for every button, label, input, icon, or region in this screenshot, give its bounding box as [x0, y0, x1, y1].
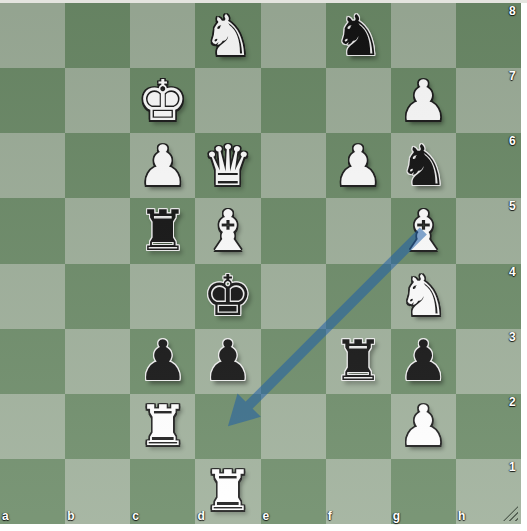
square-c6[interactable]: ♟	[130, 133, 195, 198]
square-h5[interactable]	[456, 198, 521, 263]
square-d8[interactable]: ♞	[195, 3, 260, 68]
square-f4[interactable]	[326, 264, 391, 329]
square-a4[interactable]	[0, 264, 65, 329]
piece-black-knight[interactable]: ♞	[391, 133, 456, 198]
page: ♞♞♚♟♟♛♟♞♜♝♝♚♞♟♟♜♟♜♟♜ abcdefgh87654321	[0, 0, 527, 524]
square-b6[interactable]	[65, 133, 130, 198]
square-g6[interactable]: ♞	[391, 133, 456, 198]
square-b4[interactable]	[65, 264, 130, 329]
square-b1[interactable]	[65, 459, 130, 524]
square-g5[interactable]: ♝	[391, 198, 456, 263]
piece-white-knight[interactable]: ♞	[195, 3, 260, 68]
square-e3[interactable]	[261, 329, 326, 394]
square-a1[interactable]	[0, 459, 65, 524]
piece-black-rook[interactable]: ♜	[130, 198, 195, 263]
square-f8[interactable]: ♞	[326, 3, 391, 68]
square-b7[interactable]	[65, 68, 130, 133]
board-squares: ♞♞♚♟♟♛♟♞♜♝♝♚♞♟♟♜♟♜♟♜	[0, 3, 521, 524]
piece-black-knight[interactable]: ♞	[326, 3, 391, 68]
square-b5[interactable]	[65, 198, 130, 263]
square-f5[interactable]	[326, 198, 391, 263]
square-g1[interactable]	[391, 459, 456, 524]
piece-black-pawn[interactable]: ♟	[130, 329, 195, 394]
square-b3[interactable]	[65, 329, 130, 394]
square-e2[interactable]	[261, 394, 326, 459]
square-a8[interactable]	[0, 3, 65, 68]
square-a5[interactable]	[0, 198, 65, 263]
square-g3[interactable]: ♟	[391, 329, 456, 394]
piece-black-rook[interactable]: ♜	[326, 329, 391, 394]
square-f2[interactable]	[326, 394, 391, 459]
square-e1[interactable]	[261, 459, 326, 524]
square-h4[interactable]	[456, 264, 521, 329]
square-g7[interactable]: ♟	[391, 68, 456, 133]
square-d6[interactable]: ♛	[195, 133, 260, 198]
square-h3[interactable]	[456, 329, 521, 394]
square-f3[interactable]: ♜	[326, 329, 391, 394]
square-d7[interactable]	[195, 68, 260, 133]
square-h7[interactable]	[456, 68, 521, 133]
square-f7[interactable]	[326, 68, 391, 133]
square-a7[interactable]	[0, 68, 65, 133]
piece-white-pawn[interactable]: ♟	[391, 394, 456, 459]
square-e8[interactable]	[261, 3, 326, 68]
square-c8[interactable]	[130, 3, 195, 68]
piece-white-bishop[interactable]: ♝	[391, 198, 456, 263]
piece-white-knight[interactable]: ♞	[391, 264, 456, 329]
square-g2[interactable]: ♟	[391, 394, 456, 459]
piece-black-king[interactable]: ♚	[195, 264, 260, 329]
square-c1[interactable]	[130, 459, 195, 524]
piece-white-pawn[interactable]: ♟	[130, 133, 195, 198]
square-h8[interactable]	[456, 3, 521, 68]
piece-white-king[interactable]: ♚	[130, 68, 195, 133]
square-d3[interactable]: ♟	[195, 329, 260, 394]
piece-white-rook[interactable]: ♜	[130, 394, 195, 459]
piece-white-queen[interactable]: ♛	[195, 133, 260, 198]
square-a2[interactable]	[0, 394, 65, 459]
piece-black-pawn[interactable]: ♟	[391, 329, 456, 394]
piece-white-pawn[interactable]: ♟	[391, 68, 456, 133]
square-c2[interactable]: ♜	[130, 394, 195, 459]
piece-white-rook[interactable]: ♜	[195, 459, 260, 524]
square-e5[interactable]	[261, 198, 326, 263]
square-e6[interactable]	[261, 133, 326, 198]
square-b8[interactable]	[65, 3, 130, 68]
square-d2[interactable]	[195, 394, 260, 459]
piece-white-pawn[interactable]: ♟	[326, 133, 391, 198]
square-c7[interactable]: ♚	[130, 68, 195, 133]
square-c5[interactable]: ♜	[130, 198, 195, 263]
square-d5[interactable]: ♝	[195, 198, 260, 263]
square-a3[interactable]	[0, 329, 65, 394]
square-f1[interactable]	[326, 459, 391, 524]
square-c3[interactable]: ♟	[130, 329, 195, 394]
square-g4[interactable]: ♞	[391, 264, 456, 329]
square-d1[interactable]: ♜	[195, 459, 260, 524]
piece-black-pawn[interactable]: ♟	[195, 329, 260, 394]
square-a6[interactable]	[0, 133, 65, 198]
square-e7[interactable]	[261, 68, 326, 133]
square-e4[interactable]	[261, 264, 326, 329]
piece-white-bishop[interactable]: ♝	[195, 198, 260, 263]
square-f6[interactable]: ♟	[326, 133, 391, 198]
chess-board: ♞♞♚♟♟♛♟♞♜♝♝♚♞♟♟♜♟♜♟♜ abcdefgh87654321	[0, 3, 521, 524]
square-h6[interactable]	[456, 133, 521, 198]
square-d4[interactable]: ♚	[195, 264, 260, 329]
square-g8[interactable]	[391, 3, 456, 68]
square-h2[interactable]	[456, 394, 521, 459]
square-c4[interactable]	[130, 264, 195, 329]
square-b2[interactable]	[65, 394, 130, 459]
